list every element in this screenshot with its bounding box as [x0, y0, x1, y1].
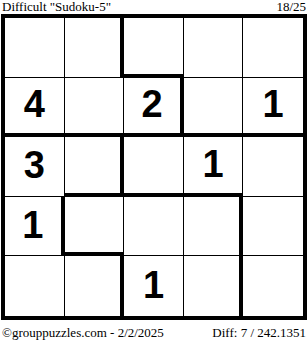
cell-r4c2[interactable] [65, 197, 125, 257]
cell-r1c1[interactable] [5, 18, 65, 78]
cell-r5c1[interactable] [5, 256, 65, 316]
cell-r3c1[interactable]: 3 [5, 137, 65, 197]
cell-r5c4[interactable] [184, 256, 244, 316]
given-digit: 4 [24, 85, 45, 123]
copyright-text: ©grouppuzzles.com - 2/2/2025 [2, 325, 164, 341]
given-digit: 2 [141, 85, 162, 123]
cell-r5c5[interactable] [243, 256, 303, 316]
cell-r2c1[interactable]: 4 [5, 78, 65, 138]
cell-r2c2[interactable] [65, 78, 125, 138]
cell-r5c3[interactable]: 1 [124, 256, 184, 316]
cell-r3c4[interactable]: 1 [184, 137, 244, 197]
puzzle-counter: 18/25 [276, 0, 306, 14]
cell-r5c2[interactable] [65, 256, 125, 316]
cell-r1c3[interactable] [124, 18, 184, 78]
cell-r1c2[interactable] [65, 18, 125, 78]
cell-r2c3[interactable]: 2 [124, 78, 184, 138]
cell-r4c3[interactable] [124, 197, 184, 257]
cell-r4c5[interactable] [243, 197, 303, 257]
cell-r4c1[interactable]: 1 [5, 197, 65, 257]
difficulty-text: Diff: 7 / 242.1351 [212, 325, 306, 341]
puzzle-title: Difficult "Sudoku-5" [2, 0, 111, 14]
cell-r3c5[interactable] [243, 137, 303, 197]
given-digit: 1 [203, 145, 224, 183]
cell-r3c2[interactable] [65, 137, 125, 197]
cell-r4c4[interactable] [184, 197, 244, 257]
sudoku-page: Difficult "Sudoku-5" 18/25 4213111 ©grou… [0, 0, 308, 343]
cell-r3c3[interactable] [124, 137, 184, 197]
given-digit: 1 [143, 266, 164, 304]
given-digit: 3 [24, 146, 45, 184]
sudoku-board: 4213111 [1, 14, 307, 320]
given-digit: 1 [263, 85, 284, 123]
cell-r2c4[interactable] [184, 78, 244, 138]
header: Difficult "Sudoku-5" 18/25 [2, 0, 306, 14]
cell-r2c5[interactable]: 1 [243, 78, 303, 138]
footer: ©grouppuzzles.com - 2/2/2025 Diff: 7 / 2… [2, 325, 306, 341]
given-digit: 1 [22, 206, 43, 244]
cell-r1c5[interactable] [243, 18, 303, 78]
cell-r1c4[interactable] [184, 18, 244, 78]
